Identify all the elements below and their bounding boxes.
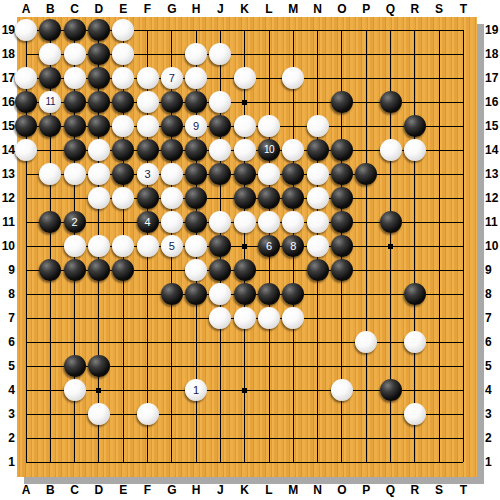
row-label-right-5: 5 [485,358,500,374]
stone-black-H13[interactable] [185,163,207,185]
stone-black-K9[interactable] [234,259,256,281]
column-label-top-G: G [163,1,181,17]
stone-white-N12[interactable] [307,187,329,209]
row-label-right-16: 16 [485,94,500,110]
stone-black-H14[interactable] [185,139,207,161]
stone-white-C4[interactable] [64,379,86,401]
stone-white-D14[interactable] [88,139,110,161]
stone-white-K7[interactable] [234,307,256,329]
stone-black-C16[interactable] [64,91,86,113]
column-label-top-B: B [41,1,59,17]
column-label-top-K: K [236,1,254,17]
stone-white-H4[interactable]: 1 [185,379,207,401]
row-label-left-4: 4 [0,382,15,398]
stone-black-L12[interactable] [258,187,280,209]
stone-black-K8[interactable] [234,283,256,305]
move-number-G10: 5 [169,241,175,252]
row-label-right-12: 12 [485,190,500,206]
stone-black-Q16[interactable] [380,91,402,113]
stone-black-C11[interactable]: 2 [64,211,86,233]
column-label-top-N: N [309,1,327,17]
row-label-right-11: 11 [485,214,500,230]
stone-black-A15[interactable] [15,115,37,137]
stone-black-L10[interactable]: 6 [258,235,280,257]
row-label-left-18: 18 [0,46,15,62]
stone-black-Q11[interactable] [380,211,402,233]
stone-black-F11[interactable]: 4 [137,211,159,233]
stone-white-N11[interactable] [307,211,329,233]
stone-white-F10[interactable] [137,235,159,257]
stone-black-D15[interactable] [88,115,110,137]
stone-black-D17[interactable] [88,67,110,89]
stone-black-L8[interactable] [258,283,280,305]
row-label-left-9: 9 [0,262,15,278]
move-number-G17: 7 [169,73,175,84]
stone-black-A16[interactable] [15,91,37,113]
row-label-left-11: 11 [0,214,15,230]
stone-white-D12[interactable] [88,187,110,209]
column-label-bottom-A: A [17,482,35,498]
stone-black-O9[interactable] [331,259,353,281]
stone-black-G16[interactable] [161,91,183,113]
go-board-panel: 7119103245681 AABBCCDDEEFFGGHHJJKKLLMMNN… [0,0,500,500]
stone-white-G12[interactable] [161,187,183,209]
row-label-left-8: 8 [0,286,15,302]
column-label-bottom-R: R [406,482,424,498]
stone-white-G13[interactable] [161,163,183,185]
stone-black-C14[interactable] [64,139,86,161]
stone-white-H17[interactable] [185,67,207,89]
stone-black-N9[interactable] [307,259,329,281]
row-label-right-4: 4 [485,382,500,398]
row-label-right-10: 10 [485,238,500,254]
column-label-top-O: O [333,1,351,17]
row-label-left-10: 10 [0,238,15,254]
column-label-bottom-L: L [260,482,278,498]
stone-white-F15[interactable] [137,115,159,137]
stone-white-R6[interactable] [404,331,426,353]
stone-black-L14[interactable]: 10 [258,139,280,161]
stone-white-C13[interactable] [64,163,86,185]
row-label-right-9: 9 [485,262,500,278]
star-point-D4 [96,388,101,393]
stone-black-K13[interactable] [234,163,256,185]
column-label-bottom-O: O [333,482,351,498]
stone-black-R15[interactable] [404,115,426,137]
row-label-left-17: 17 [0,70,15,86]
stone-black-C9[interactable] [64,259,86,281]
move-number-F11: 4 [144,217,150,228]
stone-black-H12[interactable] [185,187,207,209]
stone-white-K14[interactable] [234,139,256,161]
row-label-left-6: 6 [0,334,15,350]
row-label-left-1: 1 [0,454,15,470]
stone-white-H10[interactable] [185,235,207,257]
stone-white-Q14[interactable] [380,139,402,161]
stone-black-O11[interactable] [331,211,353,233]
row-label-right-17: 17 [485,70,500,86]
stone-black-G15[interactable] [161,115,183,137]
stone-white-F3[interactable] [137,403,159,425]
row-label-right-18: 18 [485,46,500,62]
column-label-bottom-Q: Q [382,482,400,498]
stone-black-R8[interactable] [404,283,426,305]
move-number-H4: 1 [193,385,199,396]
column-label-top-M: M [284,1,302,17]
column-label-top-H: H [187,1,205,17]
move-number-L14: 10 [264,145,274,155]
column-label-top-R: R [406,1,424,17]
move-number-H15: 9 [193,121,199,132]
move-number-L10: 6 [266,241,272,252]
row-label-left-15: 15 [0,118,15,134]
column-label-bottom-E: E [114,482,132,498]
stone-black-H16[interactable] [185,91,207,113]
stone-white-N13[interactable] [307,163,329,185]
column-label-top-C: C [66,1,84,17]
go-board[interactable]: 7119103245681 [17,17,477,477]
stone-black-D9[interactable] [88,259,110,281]
column-label-bottom-B: B [41,482,59,498]
row-label-right-19: 19 [485,22,500,38]
stone-black-D5[interactable] [88,355,110,377]
stone-black-G14[interactable] [161,139,183,161]
column-label-bottom-G: G [163,482,181,498]
row-label-left-5: 5 [0,358,15,374]
stone-white-F13[interactable]: 3 [137,163,159,185]
row-label-left-13: 13 [0,166,15,182]
column-label-bottom-K: K [236,482,254,498]
stone-white-D13[interactable] [88,163,110,185]
stone-black-Q4[interactable] [380,379,402,401]
stone-black-F14[interactable] [137,139,159,161]
stone-white-G17[interactable]: 7 [161,67,183,89]
stone-white-L15[interactable] [258,115,280,137]
column-label-top-D: D [90,1,108,17]
stone-black-O14[interactable] [331,139,353,161]
column-label-top-F: F [139,1,157,17]
stone-white-A17[interactable] [15,67,37,89]
column-label-top-Q: Q [382,1,400,17]
row-label-right-3: 3 [485,406,500,422]
stone-black-D19[interactable] [88,19,110,41]
column-label-top-T: T [454,1,472,17]
stone-black-C19[interactable] [64,19,86,41]
column-label-top-A: A [17,1,35,17]
stone-white-F17[interactable] [137,67,159,89]
stone-black-H11[interactable] [185,211,207,233]
column-label-top-S: S [430,1,448,17]
row-label-right-13: 13 [485,166,500,182]
stone-white-N15[interactable] [307,115,329,137]
move-number-M10: 8 [290,241,296,252]
column-label-top-P: P [357,1,375,17]
row-label-left-19: 19 [0,22,15,38]
stone-white-K15[interactable] [234,115,256,137]
row-label-right-14: 14 [485,142,500,158]
row-label-left-3: 3 [0,406,15,422]
row-label-left-16: 16 [0,94,15,110]
stone-black-D18[interactable] [88,43,110,65]
stone-white-G10[interactable]: 5 [161,235,183,257]
stone-black-C5[interactable] [64,355,86,377]
stone-white-C10[interactable] [64,235,86,257]
row-label-left-14: 14 [0,142,15,158]
stone-black-O16[interactable] [331,91,353,113]
stone-black-O13[interactable] [331,163,353,185]
column-label-bottom-P: P [357,482,375,498]
column-label-bottom-T: T [454,482,472,498]
stone-white-R3[interactable] [404,403,426,425]
stone-white-K17[interactable] [234,67,256,89]
stone-white-L11[interactable] [258,211,280,233]
stone-white-D10[interactable] [88,235,110,257]
stone-white-F16[interactable] [137,91,159,113]
stone-white-R14[interactable] [404,139,426,161]
stone-black-G8[interactable] [161,283,183,305]
row-label-right-2: 2 [485,430,500,446]
column-label-bottom-F: F [139,482,157,498]
stone-white-L13[interactable] [258,163,280,185]
row-label-right-7: 7 [485,310,500,326]
stone-white-N10[interactable] [307,235,329,257]
stone-white-O4[interactable] [331,379,353,401]
column-label-bottom-D: D [90,482,108,498]
row-label-right-1: 1 [485,454,500,470]
star-point-K4 [242,388,247,393]
column-label-bottom-J: J [211,482,229,498]
stone-white-H18[interactable] [185,43,207,65]
row-label-left-2: 2 [0,430,15,446]
column-label-bottom-M: M [284,482,302,498]
move-number-F13: 3 [144,169,150,180]
column-label-top-J: J [211,1,229,17]
stone-black-O10[interactable] [331,235,353,257]
stone-black-F12[interactable] [137,187,159,209]
stone-black-N14[interactable] [307,139,329,161]
stone-white-C18[interactable] [64,43,86,65]
stone-white-H15[interactable]: 9 [185,115,207,137]
star-point-Q10 [388,244,393,249]
stone-white-A14[interactable] [15,139,37,161]
row-label-right-15: 15 [485,118,500,134]
star-point-K10 [242,244,247,249]
stone-white-L7[interactable] [258,307,280,329]
column-label-bottom-N: N [309,482,327,498]
column-label-bottom-H: H [187,482,205,498]
stone-black-K12[interactable] [234,187,256,209]
stone-black-D16[interactable] [88,91,110,113]
stone-white-A19[interactable] [15,19,37,41]
column-label-top-E: E [114,1,132,17]
move-number-B16: 11 [46,97,55,107]
row-label-left-12: 12 [0,190,15,206]
move-number-C11: 2 [72,217,78,228]
column-label-bottom-C: C [66,482,84,498]
stone-white-H9[interactable] [185,259,207,281]
stone-white-C17[interactable] [64,67,86,89]
stone-white-K11[interactable] [234,211,256,233]
stone-white-G11[interactable] [161,211,183,233]
row-label-left-7: 7 [0,310,15,326]
stone-black-O12[interactable] [331,187,353,209]
stone-black-C15[interactable] [64,115,86,137]
stone-white-D3[interactable] [88,403,110,425]
row-label-right-8: 8 [485,286,500,302]
star-point-K16 [242,100,247,105]
column-label-bottom-S: S [430,482,448,498]
column-label-top-L: L [260,1,278,17]
stone-black-H8[interactable] [185,283,207,305]
row-label-right-6: 6 [485,334,500,350]
